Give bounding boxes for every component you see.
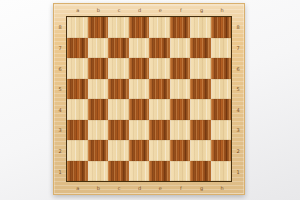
square-c6[interactable] xyxy=(108,58,129,79)
coord-top-e: e xyxy=(150,5,171,16)
square-h7[interactable] xyxy=(211,38,232,59)
square-e3[interactable] xyxy=(149,120,170,141)
square-d4[interactable] xyxy=(129,99,150,120)
square-c4[interactable] xyxy=(108,99,129,120)
square-h8[interactable] xyxy=(211,17,232,38)
coord-bottom-g: g xyxy=(191,183,212,194)
coord-right-5: 5 xyxy=(233,79,244,100)
square-c5[interactable] xyxy=(108,79,129,100)
coords-top: abcdefgh xyxy=(68,5,233,16)
square-e7[interactable] xyxy=(149,38,170,59)
coord-left-8: 8 xyxy=(55,18,66,39)
coord-right-6: 6 xyxy=(233,59,244,80)
square-d2[interactable] xyxy=(129,140,150,161)
square-a7[interactable] xyxy=(67,38,88,59)
coord-left-7: 7 xyxy=(55,38,66,59)
square-b5[interactable] xyxy=(88,79,109,100)
square-g7[interactable] xyxy=(190,38,211,59)
square-e1[interactable] xyxy=(149,161,170,182)
coord-top-d: d xyxy=(129,5,150,16)
square-b6[interactable] xyxy=(88,58,109,79)
square-c7[interactable] xyxy=(108,38,129,59)
coord-bottom-b: b xyxy=(88,183,109,194)
square-b8[interactable] xyxy=(88,17,109,38)
coord-right-8: 8 xyxy=(233,18,244,39)
square-b2[interactable] xyxy=(88,140,109,161)
square-b4[interactable] xyxy=(88,99,109,120)
coord-bottom-h: h xyxy=(212,183,233,194)
photo-backdrop: abcdefgh abcdefgh 87654321 87654321 xyxy=(0,0,300,200)
coord-left-3: 3 xyxy=(55,121,66,142)
square-g3[interactable] xyxy=(190,120,211,141)
square-d8[interactable] xyxy=(129,17,150,38)
square-h1[interactable] xyxy=(211,161,232,182)
square-f4[interactable] xyxy=(170,99,191,120)
square-c2[interactable] xyxy=(108,140,129,161)
square-a1[interactable] xyxy=(67,161,88,182)
square-f8[interactable] xyxy=(170,17,191,38)
frame-inlay-line xyxy=(66,16,232,182)
square-c1[interactable] xyxy=(108,161,129,182)
square-d7[interactable] xyxy=(129,38,150,59)
square-h3[interactable] xyxy=(211,120,232,141)
chess-board: abcdefgh abcdefgh 87654321 87654321 xyxy=(53,3,245,195)
coord-right-1: 1 xyxy=(233,162,244,183)
square-a3[interactable] xyxy=(67,120,88,141)
square-f2[interactable] xyxy=(170,140,191,161)
square-h2[interactable] xyxy=(211,140,232,161)
coord-right-7: 7 xyxy=(233,38,244,59)
square-g6[interactable] xyxy=(190,58,211,79)
square-d6[interactable] xyxy=(129,58,150,79)
coord-left-4: 4 xyxy=(55,100,66,121)
coord-top-f: f xyxy=(171,5,192,16)
square-b1[interactable] xyxy=(88,161,109,182)
coord-bottom-e: e xyxy=(150,183,171,194)
square-a8[interactable] xyxy=(67,17,88,38)
square-e6[interactable] xyxy=(149,58,170,79)
coord-right-4: 4 xyxy=(233,100,244,121)
square-g8[interactable] xyxy=(190,17,211,38)
coords-left: 87654321 xyxy=(55,18,66,183)
board-grid xyxy=(67,17,231,181)
square-h4[interactable] xyxy=(211,99,232,120)
coord-left-1: 1 xyxy=(55,162,66,183)
square-g4[interactable] xyxy=(190,99,211,120)
square-d5[interactable] xyxy=(129,79,150,100)
square-d1[interactable] xyxy=(129,161,150,182)
coord-top-a: a xyxy=(68,5,89,16)
coord-bottom-f: f xyxy=(171,183,192,194)
square-f3[interactable] xyxy=(170,120,191,141)
square-a2[interactable] xyxy=(67,140,88,161)
square-f1[interactable] xyxy=(170,161,191,182)
coord-right-3: 3 xyxy=(233,121,244,142)
coords-bottom: abcdefgh xyxy=(68,183,233,194)
square-g2[interactable] xyxy=(190,140,211,161)
square-h5[interactable] xyxy=(211,79,232,100)
square-a5[interactable] xyxy=(67,79,88,100)
coords-right: 87654321 xyxy=(233,18,244,183)
square-g5[interactable] xyxy=(190,79,211,100)
square-f7[interactable] xyxy=(170,38,191,59)
coord-bottom-c: c xyxy=(109,183,130,194)
square-f6[interactable] xyxy=(170,58,191,79)
square-b3[interactable] xyxy=(88,120,109,141)
square-e2[interactable] xyxy=(149,140,170,161)
coord-top-g: g xyxy=(191,5,212,16)
coord-bottom-d: d xyxy=(129,183,150,194)
coord-left-2: 2 xyxy=(55,141,66,162)
coord-left-5: 5 xyxy=(55,79,66,100)
coord-bottom-a: a xyxy=(68,183,89,194)
square-a4[interactable] xyxy=(67,99,88,120)
square-c8[interactable] xyxy=(108,17,129,38)
square-e8[interactable] xyxy=(149,17,170,38)
coord-top-h: h xyxy=(212,5,233,16)
square-e5[interactable] xyxy=(149,79,170,100)
coord-top-b: b xyxy=(88,5,109,16)
square-a6[interactable] xyxy=(67,58,88,79)
square-h6[interactable] xyxy=(211,58,232,79)
square-b7[interactable] xyxy=(88,38,109,59)
square-c3[interactable] xyxy=(108,120,129,141)
square-f5[interactable] xyxy=(170,79,191,100)
square-d3[interactable] xyxy=(129,120,150,141)
coord-right-2: 2 xyxy=(233,141,244,162)
square-e4[interactable] xyxy=(149,99,170,120)
coord-left-6: 6 xyxy=(55,59,66,80)
square-g1[interactable] xyxy=(190,161,211,182)
coord-top-c: c xyxy=(109,5,130,16)
